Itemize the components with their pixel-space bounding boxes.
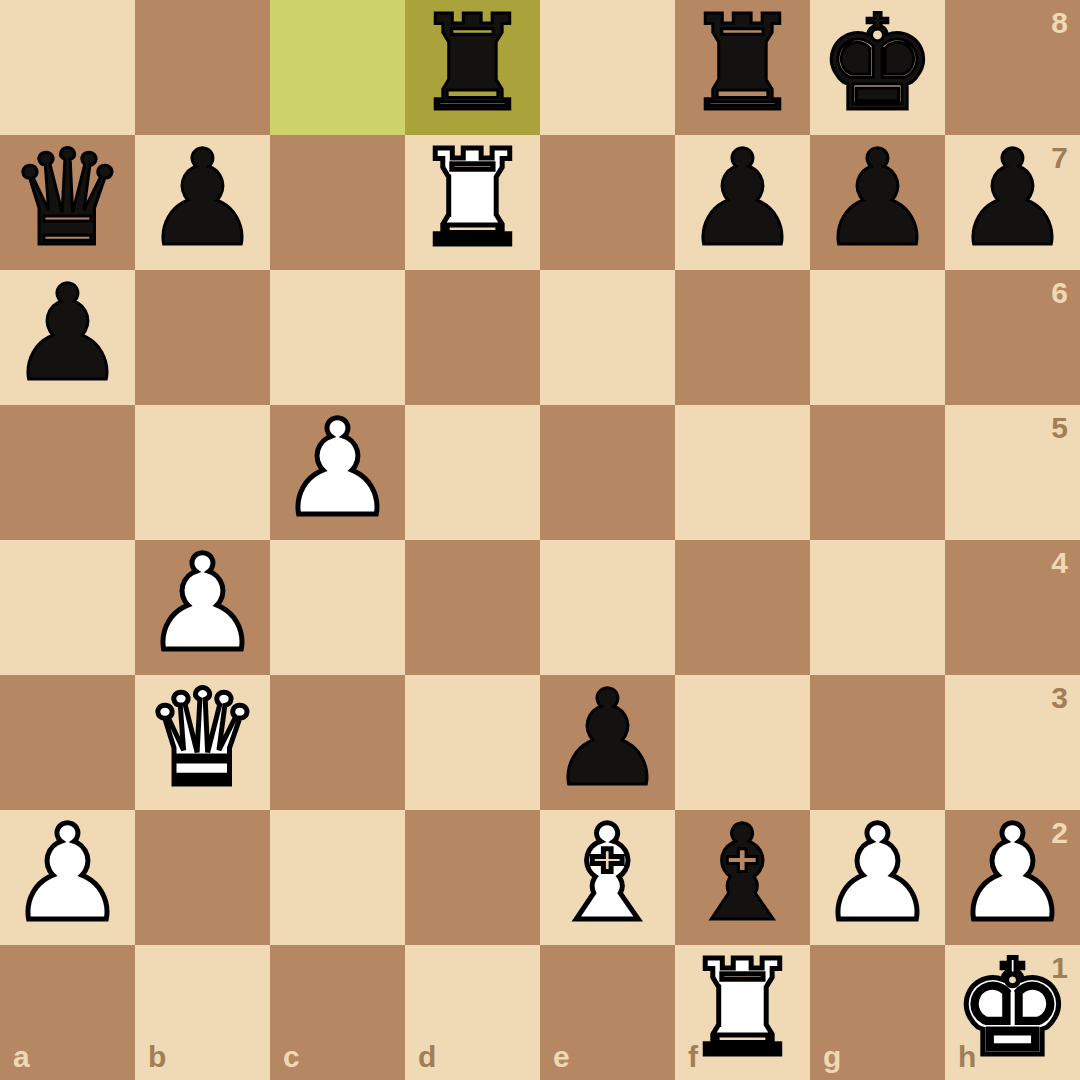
file-label-f: f [688,1042,698,1072]
rank-label-8: 8 [1051,8,1068,38]
square-d3[interactable] [405,675,540,810]
piece-black-queen[interactable]: ♛︎ [8,135,126,266]
square-f7[interactable]: ♟︎ [675,135,810,270]
piece-black-king[interactable]: ♚︎ [818,0,936,131]
square-c7[interactable] [270,135,405,270]
square-c4[interactable] [270,540,405,675]
square-a4[interactable] [0,540,135,675]
square-a8[interactable] [0,0,135,135]
square-f6[interactable] [675,270,810,405]
rank-label-1: 1 [1051,953,1068,983]
square-d4[interactable] [405,540,540,675]
square-h5[interactable]: 5 [945,405,1080,540]
piece-black-pawn[interactable]: ♟︎ [683,135,801,266]
chess-board: ♜︎♜︎♚︎8♛︎♟︎♜︎♟︎♟︎♟︎7♟︎6♟︎5♟︎4♛︎♟︎3♟︎♝︎♝︎… [0,0,1080,1080]
piece-white-rook[interactable]: ♜︎ [413,135,531,266]
file-label-a: a [13,1042,30,1072]
square-a6[interactable]: ♟︎ [0,270,135,405]
square-a1[interactable]: a [0,945,135,1080]
square-h6[interactable]: 6 [945,270,1080,405]
rank-label-7: 7 [1051,143,1068,173]
square-a2[interactable]: ♟︎ [0,810,135,945]
square-e1[interactable]: e [540,945,675,1080]
file-label-c: c [283,1042,300,1072]
square-h3[interactable]: 3 [945,675,1080,810]
square-f5[interactable] [675,405,810,540]
file-label-e: e [553,1042,570,1072]
square-b6[interactable] [135,270,270,405]
square-c8[interactable] [270,0,405,135]
square-g8[interactable]: ♚︎ [810,0,945,135]
piece-black-pawn[interactable]: ♟︎ [143,135,261,266]
piece-black-pawn[interactable]: ♟︎ [548,675,666,806]
square-f8[interactable]: ♜︎ [675,0,810,135]
piece-black-bishop[interactable]: ♝︎ [683,810,801,941]
square-b5[interactable] [135,405,270,540]
rank-label-4: 4 [1051,548,1068,578]
file-label-d: d [418,1042,436,1072]
square-c5[interactable]: ♟︎ [270,405,405,540]
square-g3[interactable] [810,675,945,810]
square-e4[interactable] [540,540,675,675]
piece-black-rook[interactable]: ♜︎ [413,0,531,131]
square-e7[interactable] [540,135,675,270]
square-h7[interactable]: ♟︎7 [945,135,1080,270]
rank-label-2: 2 [1051,818,1068,848]
square-h1[interactable]: ♚︎1h [945,945,1080,1080]
square-f3[interactable] [675,675,810,810]
piece-black-pawn[interactable]: ♟︎ [8,270,126,401]
piece-white-queen[interactable]: ♛︎ [143,675,261,806]
piece-white-pawn[interactable]: ♟︎ [8,810,126,941]
piece-black-rook[interactable]: ♜︎ [683,0,801,131]
square-b4[interactable]: ♟︎ [135,540,270,675]
square-c1[interactable]: c [270,945,405,1080]
rank-label-3: 3 [1051,683,1068,713]
square-g1[interactable]: g [810,945,945,1080]
square-d2[interactable] [405,810,540,945]
square-g5[interactable] [810,405,945,540]
file-label-b: b [148,1042,166,1072]
square-c2[interactable] [270,810,405,945]
square-b3[interactable]: ♛︎ [135,675,270,810]
square-e8[interactable] [540,0,675,135]
square-g6[interactable] [810,270,945,405]
rank-label-5: 5 [1051,413,1068,443]
square-d5[interactable] [405,405,540,540]
square-b8[interactable] [135,0,270,135]
piece-white-rook[interactable]: ♜︎ [683,945,801,1076]
square-d6[interactable] [405,270,540,405]
square-c3[interactable] [270,675,405,810]
square-b2[interactable] [135,810,270,945]
square-f4[interactable] [675,540,810,675]
piece-black-pawn[interactable]: ♟︎ [818,135,936,266]
square-b7[interactable]: ♟︎ [135,135,270,270]
rank-label-6: 6 [1051,278,1068,308]
file-label-h: h [958,1042,976,1072]
square-a7[interactable]: ♛︎ [0,135,135,270]
square-h2[interactable]: ♟︎2 [945,810,1080,945]
square-e6[interactable] [540,270,675,405]
square-b1[interactable]: b [135,945,270,1080]
square-g7[interactable]: ♟︎ [810,135,945,270]
square-h4[interactable]: 4 [945,540,1080,675]
square-d8[interactable]: ♜︎ [405,0,540,135]
square-d7[interactable]: ♜︎ [405,135,540,270]
square-f1[interactable]: ♜︎f [675,945,810,1080]
square-a3[interactable] [0,675,135,810]
square-h8[interactable]: 8 [945,0,1080,135]
square-f2[interactable]: ♝︎ [675,810,810,945]
square-d1[interactable]: d [405,945,540,1080]
file-label-g: g [823,1042,841,1072]
square-e2[interactable]: ♝︎ [540,810,675,945]
square-a5[interactable] [0,405,135,540]
square-e3[interactable]: ♟︎ [540,675,675,810]
square-e5[interactable] [540,405,675,540]
piece-white-bishop[interactable]: ♝︎ [548,810,666,941]
piece-white-pawn[interactable]: ♟︎ [278,405,396,536]
piece-white-pawn[interactable]: ♟︎ [818,810,936,941]
square-g4[interactable] [810,540,945,675]
piece-white-pawn[interactable]: ♟︎ [143,540,261,671]
square-g2[interactable]: ♟︎ [810,810,945,945]
square-c6[interactable] [270,270,405,405]
